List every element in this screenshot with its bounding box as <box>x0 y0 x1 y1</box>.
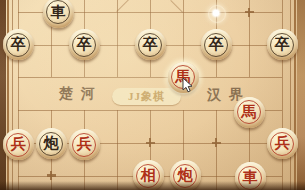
board-right-frame <box>297 0 305 190</box>
piece-character: 兵 <box>69 129 100 160</box>
piece-black-pawn[interactable]: 卒 <box>135 29 166 60</box>
point-marker-cross <box>211 137 222 148</box>
piece-character: 卒 <box>69 29 100 60</box>
piece-character: 卒 <box>3 29 34 60</box>
move-origin-glow-dot <box>213 10 219 16</box>
piece-black-pawn[interactable]: 卒 <box>267 29 298 60</box>
river-label-chu: 楚河 <box>59 85 103 103</box>
piece-black-cannon[interactable]: 炮 <box>36 128 67 159</box>
piece-character: 炮 <box>36 128 67 159</box>
piece-black-chariot[interactable]: 車 <box>43 0 74 28</box>
piece-character: 卒 <box>267 29 298 60</box>
xiangqi-board[interactable]: 楚河 JJ象棋 汉界 車卒卒卒卒卒馬馬兵炮兵兵相炮車 <box>0 0 305 190</box>
grid-line <box>18 77 282 78</box>
point-marker-cross <box>46 170 57 181</box>
piece-character: 卒 <box>135 29 166 60</box>
piece-red-pawn[interactable]: 兵 <box>267 128 298 159</box>
piece-black-pawn[interactable]: 卒 <box>201 29 232 60</box>
point-marker-cross <box>145 137 156 148</box>
piece-red-pawn[interactable]: 兵 <box>69 129 100 160</box>
piece-character: 馬 <box>234 97 265 128</box>
piece-character: 車 <box>43 0 74 28</box>
point-marker-cross <box>244 7 255 18</box>
piece-red-horse[interactable]: 馬 <box>234 97 265 128</box>
grid-line <box>117 110 118 190</box>
piece-character: 兵 <box>3 129 34 160</box>
grid-line <box>170 0 183 13</box>
bottom-shadow <box>0 181 305 190</box>
grid-line <box>116 0 129 12</box>
mouse-cursor-icon <box>182 77 194 94</box>
piece-black-pawn[interactable]: 卒 <box>69 29 100 60</box>
piece-red-pawn[interactable]: 兵 <box>3 129 34 160</box>
piece-character: 卒 <box>201 29 232 60</box>
piece-character: 兵 <box>267 128 298 159</box>
grid-line <box>216 110 217 190</box>
piece-black-pawn[interactable]: 卒 <box>3 29 34 60</box>
